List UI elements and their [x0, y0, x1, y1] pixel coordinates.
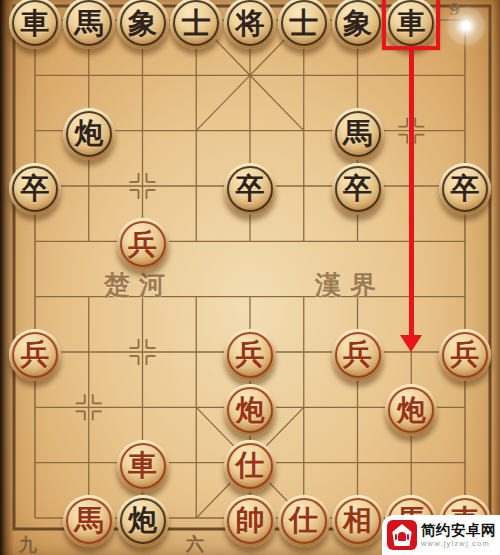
- piece-character: 士: [182, 9, 211, 38]
- red-soldier[interactable]: 兵: [9, 329, 61, 381]
- red-cannon[interactable]: 炮: [224, 384, 276, 436]
- piece-character: 馬: [74, 9, 103, 38]
- android-icon: [398, 532, 406, 541]
- red-general[interactable]: 帥: [224, 495, 276, 547]
- black-elephant[interactable]: 象: [117, 0, 169, 49]
- piece-character: 象: [343, 9, 372, 38]
- black-soldier[interactable]: 卒: [224, 163, 276, 215]
- piece-character: 卒: [21, 174, 50, 203]
- move-arrow-head: [400, 335, 422, 352]
- piece-character: 炮: [128, 506, 157, 535]
- piece-character: 兵: [343, 340, 372, 369]
- red-soldier[interactable]: 兵: [117, 218, 169, 270]
- piece-character: 卒: [343, 174, 372, 203]
- piece-character: 士: [289, 9, 318, 38]
- piece-character: 相: [343, 506, 372, 535]
- red-chariot[interactable]: 車: [117, 440, 169, 492]
- red-advisor[interactable]: 仕: [278, 495, 330, 547]
- origin-glow-marker: [461, 21, 471, 31]
- piece-character: 炮: [74, 119, 103, 148]
- piece-character: 兵: [236, 340, 265, 369]
- black-cannon[interactable]: 炮: [63, 108, 115, 160]
- piece-character: 炮: [397, 396, 426, 425]
- piece-character: 炮: [236, 396, 265, 425]
- piece-character: 馬: [74, 506, 103, 535]
- piece-character: 兵: [451, 340, 480, 369]
- watermark-android-logo-icon: [387, 520, 417, 550]
- red-soldier[interactable]: 兵: [224, 329, 276, 381]
- red-elephant[interactable]: 相: [332, 495, 384, 547]
- file-label-liu: 六: [186, 532, 204, 555]
- red-soldier[interactable]: 兵: [332, 329, 384, 381]
- piece-character: 兵: [21, 340, 50, 369]
- watermark-url: www.jylzwj.com: [421, 540, 496, 548]
- river-label-han-jie: 漢界: [315, 268, 385, 303]
- piece-character: 仕: [289, 506, 318, 535]
- piece-character: 仕: [236, 451, 265, 480]
- black-soldier[interactable]: 卒: [9, 163, 61, 215]
- file-label-9: 9: [449, 0, 460, 19]
- piece-character: 帥: [236, 506, 265, 535]
- selected-piece-highlight: [382, 0, 440, 50]
- piece-character: 車: [21, 9, 50, 38]
- red-soldier[interactable]: 兵: [439, 329, 491, 381]
- black-cannon[interactable]: 炮: [117, 495, 169, 547]
- piece-character: 車: [128, 451, 157, 480]
- file-label-jiu: 九: [19, 533, 37, 555]
- piece-character: 象: [128, 9, 157, 38]
- black-soldier[interactable]: 卒: [332, 163, 384, 215]
- xiangqi-board[interactable]: 楚河 漢界 9 九 六 車馬象士将士象車炮馬卒卒卒卒兵兵兵兵兵炮炮車仕馬炮帥仕相…: [0, 0, 500, 555]
- piece-character: 馬: [343, 119, 372, 148]
- red-horse[interactable]: 馬: [63, 495, 115, 547]
- black-soldier[interactable]: 卒: [439, 163, 491, 215]
- move-arrow-shaft: [409, 48, 414, 335]
- piece-character: 卒: [236, 174, 265, 203]
- black-horse[interactable]: 馬: [332, 108, 384, 160]
- piece-character: 兵: [128, 230, 157, 259]
- black-advisor[interactable]: 士: [278, 0, 330, 49]
- black-horse[interactable]: 馬: [63, 0, 115, 49]
- watermark-title: 简约安卓网: [421, 523, 496, 538]
- black-elephant[interactable]: 象: [332, 0, 384, 49]
- piece-character: 将: [236, 9, 265, 38]
- river-label-chu-he: 楚河: [104, 268, 174, 303]
- watermark-card: 简约安卓网 www.jylzwj.com: [382, 515, 500, 555]
- red-advisor[interactable]: 仕: [224, 440, 276, 492]
- piece-character: 卒: [451, 174, 480, 203]
